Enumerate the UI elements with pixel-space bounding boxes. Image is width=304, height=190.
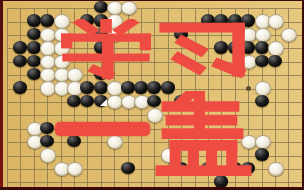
black-stone xyxy=(174,95,188,108)
black-stone xyxy=(80,14,94,27)
black-stone xyxy=(27,14,41,27)
black-stone xyxy=(214,14,228,27)
black-stone xyxy=(13,41,27,54)
black-stone xyxy=(255,41,269,54)
black-stone xyxy=(147,81,161,94)
black-stone xyxy=(241,14,255,27)
white-stone xyxy=(161,148,177,163)
white-stone xyxy=(255,81,271,96)
white-stone xyxy=(54,41,70,56)
black-stone xyxy=(40,14,54,27)
black-stone xyxy=(255,95,269,108)
black-stone xyxy=(94,81,108,94)
grid-line-horizontal xyxy=(7,182,302,183)
go-board[interactable] xyxy=(0,0,304,190)
black-stone xyxy=(228,41,242,54)
black-stone xyxy=(40,135,54,148)
black-stone xyxy=(27,28,41,41)
frame-border-left xyxy=(0,0,3,190)
black-stone xyxy=(241,162,255,175)
black-stone xyxy=(27,55,41,68)
frame-border-top xyxy=(0,0,304,1)
black-stone xyxy=(134,81,148,94)
black-stone xyxy=(80,81,94,94)
white-stone xyxy=(107,28,123,43)
black-stone xyxy=(13,81,27,94)
black-stone xyxy=(161,81,175,94)
white-stone xyxy=(147,108,163,123)
black-stone xyxy=(147,95,161,108)
white-stone xyxy=(107,14,123,29)
black-stone xyxy=(121,81,135,94)
white-stone xyxy=(255,28,271,43)
white-stone xyxy=(107,135,123,150)
hoshi-star-point xyxy=(246,86,251,91)
last-move-triangle-marker xyxy=(100,99,107,106)
white-stone xyxy=(67,162,83,177)
white-stone xyxy=(67,68,83,83)
black-stone xyxy=(27,68,41,81)
white-stone xyxy=(268,14,284,29)
white-stone xyxy=(121,1,137,16)
black-stone xyxy=(241,41,255,54)
black-stone xyxy=(255,148,269,161)
black-stone xyxy=(214,41,228,54)
black-stone xyxy=(67,135,81,148)
grid-line-horizontal xyxy=(7,169,302,170)
black-stone xyxy=(228,162,242,175)
black-stone xyxy=(255,55,269,68)
black-stone xyxy=(80,95,94,108)
frame-border-right xyxy=(302,0,304,190)
white-stone xyxy=(54,28,70,43)
black-stone xyxy=(94,95,108,108)
black-stone xyxy=(27,41,41,54)
black-stone xyxy=(268,55,282,68)
black-stone xyxy=(174,28,188,41)
black-stone xyxy=(40,122,54,135)
black-stone xyxy=(228,14,242,27)
white-stone xyxy=(54,14,70,29)
black-stone xyxy=(94,28,108,41)
black-stone xyxy=(94,1,108,14)
black-stone xyxy=(13,55,27,68)
white-stone xyxy=(268,162,284,177)
white-stone xyxy=(54,55,70,70)
black-stone xyxy=(67,95,81,108)
black-stone xyxy=(94,14,108,27)
black-stone xyxy=(94,41,108,54)
white-stone xyxy=(268,41,284,56)
frame-border-bottom xyxy=(0,187,304,190)
white-stone xyxy=(40,148,56,163)
black-stone xyxy=(121,162,135,175)
black-stone xyxy=(214,175,228,188)
grid-line-horizontal xyxy=(7,8,302,9)
black-stone xyxy=(201,14,215,27)
video-frame xyxy=(0,0,304,190)
black-stone xyxy=(174,162,188,175)
black-stone xyxy=(201,162,215,175)
white-stone xyxy=(255,135,271,150)
overlay-char-yi xyxy=(55,122,150,136)
white-stone xyxy=(281,28,297,43)
black-stone xyxy=(94,68,108,81)
